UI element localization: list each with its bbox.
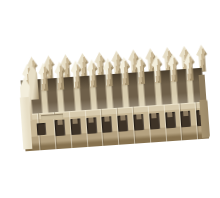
cavity-notch [120, 115, 125, 120]
tooth [134, 56, 149, 85]
tooth [53, 61, 68, 90]
cavity-notch [88, 117, 93, 122]
cavity-notch [136, 114, 141, 119]
cavity [133, 114, 144, 131]
right-side-wall [199, 99, 210, 137]
tooth [101, 58, 116, 87]
cavity-notch [167, 112, 172, 117]
cavity [54, 120, 65, 137]
tooth [150, 54, 165, 83]
tooth [182, 52, 197, 81]
cavity [86, 117, 97, 134]
cavity [165, 112, 176, 129]
cavity-notch [57, 120, 62, 125]
tooth [85, 59, 100, 88]
product-photo [0, 0, 220, 198]
cavity-notch [73, 119, 78, 124]
cavity-notch [183, 111, 188, 116]
cavity-notch [151, 113, 156, 118]
tooth [166, 53, 181, 82]
cavity [102, 116, 113, 133]
connector-housing [17, 45, 211, 152]
cavity [149, 113, 160, 130]
tooth [117, 57, 132, 86]
cavity [180, 111, 191, 128]
tooth [69, 60, 84, 89]
end-cavity [37, 123, 47, 136]
cavity-notch [104, 116, 109, 121]
cavity [117, 115, 128, 132]
cavity [70, 118, 81, 135]
tooth [37, 62, 52, 91]
